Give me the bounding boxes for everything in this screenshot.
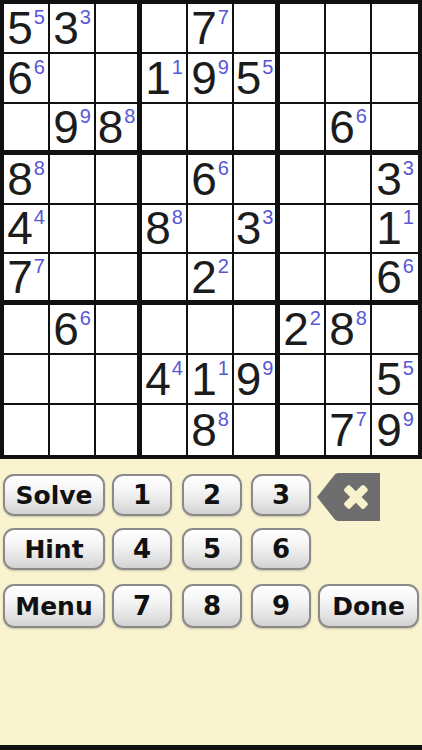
cell-r4c2[interactable] xyxy=(50,155,96,205)
cell-r4c8[interactable] xyxy=(326,155,372,205)
pencil-mark: 8 xyxy=(34,158,45,178)
pencil-mark: 2 xyxy=(310,308,321,328)
given-digit: 3 xyxy=(236,205,262,251)
cell-r8c1[interactable] xyxy=(4,355,50,405)
digit-button-9[interactable]: 9 xyxy=(251,584,311,628)
cell-r9c1[interactable] xyxy=(4,405,50,455)
cell-r8c4[interactable]: 44 xyxy=(142,355,188,405)
cell-r8c2[interactable] xyxy=(50,355,96,405)
pencil-mark: 1 xyxy=(172,57,183,77)
cell-r9c4[interactable] xyxy=(142,405,188,455)
pencil-mark: 9 xyxy=(403,409,414,429)
hint-button[interactable]: Hint xyxy=(3,528,105,570)
pencil-mark: 3 xyxy=(80,7,91,27)
given-digit: 6 xyxy=(7,55,33,101)
cell-r6c7[interactable] xyxy=(280,254,326,305)
cell-r5c5[interactable] xyxy=(188,205,234,255)
pencil-mark: 6 xyxy=(34,57,45,77)
given-digit: 6 xyxy=(329,104,355,150)
cell-r7c4[interactable] xyxy=(142,305,188,355)
cell-r1c7[interactable] xyxy=(280,4,326,54)
given-digit: 4 xyxy=(7,205,33,251)
cell-r9c7[interactable] xyxy=(280,405,326,455)
cell-r7c7[interactable]: 22 xyxy=(280,305,326,355)
digit-button-1[interactable]: 1 xyxy=(112,474,172,516)
cell-r1c9[interactable] xyxy=(372,4,418,54)
backspace-button[interactable] xyxy=(317,473,380,521)
cell-r2c9[interactable] xyxy=(372,54,418,104)
given-digit: 8 xyxy=(145,205,171,251)
cell-r7c8[interactable]: 88 xyxy=(326,305,372,355)
cell-r7c3[interactable] xyxy=(96,305,142,355)
given-digit: 7 xyxy=(191,5,217,51)
cell-r6c5[interactable]: 22 xyxy=(188,254,234,305)
pencil-mark: 4 xyxy=(172,358,183,378)
given-digit: 7 xyxy=(7,254,33,300)
given-digit: 5 xyxy=(236,55,262,101)
pencil-mark: 7 xyxy=(218,7,229,27)
cell-r8c5[interactable]: 11 xyxy=(188,355,234,405)
cell-r2c3[interactable] xyxy=(96,54,142,104)
pencil-mark: 5 xyxy=(262,57,273,77)
cell-r8c9[interactable]: 55 xyxy=(372,355,418,405)
cell-r8c3[interactable] xyxy=(96,355,142,405)
cell-r4c5[interactable]: 66 xyxy=(188,155,234,205)
cell-r5c9[interactable]: 11 xyxy=(372,205,418,255)
cell-r6c8[interactable] xyxy=(326,254,372,305)
done-button[interactable]: Done xyxy=(318,584,419,628)
given-digit: 6 xyxy=(191,156,217,202)
cell-r6c9[interactable]: 66 xyxy=(372,254,418,305)
digit-button-7[interactable]: 7 xyxy=(112,584,172,628)
pencil-mark: 8 xyxy=(172,207,183,227)
given-digit: 8 xyxy=(191,407,217,453)
cell-r7c6[interactable] xyxy=(234,305,280,355)
cell-r2c2[interactable] xyxy=(50,54,96,104)
cell-r5c3[interactable] xyxy=(96,205,142,255)
cell-r8c6[interactable]: 99 xyxy=(234,355,280,405)
cell-r7c1[interactable] xyxy=(4,305,50,355)
cell-r4c4[interactable] xyxy=(142,155,188,205)
cell-r9c8[interactable]: 77 xyxy=(326,405,372,455)
given-digit: 5 xyxy=(376,356,402,402)
given-digit: 7 xyxy=(329,407,355,453)
given-digit: 2 xyxy=(191,254,217,300)
digit-button-8[interactable]: 8 xyxy=(182,584,242,628)
pencil-mark: 9 xyxy=(218,57,229,77)
cell-r3c1[interactable] xyxy=(4,104,50,155)
pencil-mark: 1 xyxy=(218,358,229,378)
digit-button-2[interactable]: 2 xyxy=(182,474,242,516)
digit-button-6[interactable]: 6 xyxy=(251,528,311,570)
cell-r3c2[interactable]: 99 xyxy=(50,104,96,155)
cell-r2c8[interactable] xyxy=(326,54,372,104)
pencil-mark: 5 xyxy=(34,7,45,27)
cell-r8c7[interactable] xyxy=(280,355,326,405)
cell-r1c4[interactable] xyxy=(142,4,188,54)
cell-r3c3[interactable]: 88 xyxy=(96,104,142,155)
pencil-mark: 3 xyxy=(262,207,273,227)
given-digit: 3 xyxy=(376,156,402,202)
pencil-mark: 6 xyxy=(80,308,91,328)
cell-r2c7[interactable] xyxy=(280,54,326,104)
pencil-mark: 6 xyxy=(218,158,229,178)
pencil-mark: 9 xyxy=(80,106,91,126)
cell-r3c8[interactable]: 66 xyxy=(326,104,372,155)
cell-r9c2[interactable] xyxy=(50,405,96,455)
cell-r1c3[interactable] xyxy=(96,4,142,54)
cell-r7c9[interactable] xyxy=(372,305,418,355)
cell-r5c8[interactable] xyxy=(326,205,372,255)
cell-r5c7[interactable] xyxy=(280,205,326,255)
pencil-mark: 1 xyxy=(403,207,414,227)
cell-r2c1[interactable]: 66 xyxy=(4,54,50,104)
cell-r3c7[interactable] xyxy=(280,104,326,155)
cell-r9c9[interactable]: 99 xyxy=(372,405,418,455)
pencil-mark: 4 xyxy=(34,207,45,227)
cell-r3c5[interactable] xyxy=(188,104,234,155)
cell-r4c1[interactable]: 88 xyxy=(4,155,50,205)
digit-button-5[interactable]: 5 xyxy=(182,528,242,570)
pencil-mark: 9 xyxy=(262,358,273,378)
given-digit: 4 xyxy=(145,356,171,402)
bottom-edge xyxy=(0,745,422,750)
cell-r4c6[interactable] xyxy=(234,155,280,205)
pencil-mark: 8 xyxy=(356,308,367,328)
given-digit: 2 xyxy=(283,306,309,352)
cell-r5c1[interactable]: 44 xyxy=(4,205,50,255)
cell-r2c5[interactable]: 99 xyxy=(188,54,234,104)
cell-r6c4[interactable] xyxy=(142,254,188,305)
given-digit: 3 xyxy=(53,5,79,51)
pencil-mark: 6 xyxy=(356,106,367,126)
cell-r9c6[interactable] xyxy=(234,405,280,455)
cell-r5c4[interactable]: 88 xyxy=(142,205,188,255)
cell-r6c3[interactable] xyxy=(96,254,142,305)
given-digit: 5 xyxy=(7,5,33,51)
solve-button[interactable]: Solve xyxy=(3,474,105,516)
pencil-mark: 8 xyxy=(124,106,135,126)
pencil-mark: 2 xyxy=(218,256,229,276)
given-digit: 8 xyxy=(329,306,355,352)
cell-r1c8[interactable] xyxy=(326,4,372,54)
pencil-mark: 5 xyxy=(403,358,414,378)
given-digit: 8 xyxy=(7,156,33,202)
cell-r6c6[interactable] xyxy=(234,254,280,305)
given-digit: 1 xyxy=(191,356,217,402)
cell-r3c4[interactable] xyxy=(142,104,188,155)
cell-r8c8[interactable] xyxy=(326,355,372,405)
given-digit: 1 xyxy=(145,55,171,101)
given-digit: 9 xyxy=(191,55,217,101)
cell-r2c4[interactable]: 11 xyxy=(142,54,188,104)
cell-r7c5[interactable] xyxy=(188,305,234,355)
cell-r4c9[interactable]: 33 xyxy=(372,155,418,205)
given-digit: 9 xyxy=(376,407,402,453)
control-panel: Solve Hint Menu 1 2 3 4 5 6 7 8 9 Done xyxy=(0,459,422,750)
digit-button-4[interactable]: 4 xyxy=(112,528,172,570)
pencil-mark: 7 xyxy=(34,256,45,276)
cell-r1c2[interactable]: 33 xyxy=(50,4,96,54)
given-digit: 1 xyxy=(376,205,402,251)
given-digit: 9 xyxy=(53,104,79,150)
sudoku-board: 5533776611995599886688663344883311772266… xyxy=(0,0,422,459)
cell-r3c9[interactable] xyxy=(372,104,418,155)
cell-r1c5[interactable]: 77 xyxy=(188,4,234,54)
given-digit: 9 xyxy=(236,356,262,402)
pencil-mark: 3 xyxy=(403,158,414,178)
cell-r6c2[interactable] xyxy=(50,254,96,305)
pencil-mark: 8 xyxy=(218,409,229,429)
given-digit: 6 xyxy=(53,306,79,352)
cell-r7c2[interactable]: 66 xyxy=(50,305,96,355)
cell-r2c6[interactable]: 55 xyxy=(234,54,280,104)
cell-r9c5[interactable]: 88 xyxy=(188,405,234,455)
cell-r9c3[interactable] xyxy=(96,405,142,455)
menu-button[interactable]: Menu xyxy=(3,584,105,628)
cell-r1c1[interactable]: 55 xyxy=(4,4,50,54)
cell-r5c2[interactable] xyxy=(50,205,96,255)
cell-r4c7[interactable] xyxy=(280,155,326,205)
cell-r5c6[interactable]: 33 xyxy=(234,205,280,255)
cell-r3c6[interactable] xyxy=(234,104,280,155)
digit-button-3[interactable]: 3 xyxy=(251,474,311,516)
cell-r1c6[interactable] xyxy=(234,4,280,54)
cell-r4c3[interactable] xyxy=(96,155,142,205)
cell-r6c1[interactable]: 77 xyxy=(4,254,50,305)
pencil-mark: 6 xyxy=(403,256,414,276)
pencil-mark: 7 xyxy=(356,409,367,429)
given-digit: 6 xyxy=(376,254,402,300)
given-digit: 8 xyxy=(98,104,124,150)
